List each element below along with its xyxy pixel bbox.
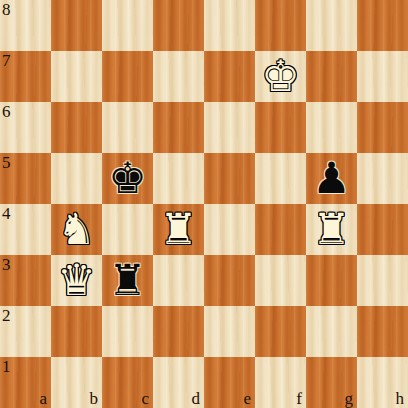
- square-c1[interactable]: c: [102, 357, 153, 408]
- square-b3[interactable]: ♛: [51, 255, 102, 306]
- white-queen-icon[interactable]: ♛: [51, 255, 102, 306]
- file-label-e: e: [243, 390, 251, 407]
- square-h7[interactable]: [357, 51, 408, 102]
- white-rook-icon[interactable]: ♜: [306, 204, 357, 255]
- square-a5[interactable]: 5: [0, 153, 51, 204]
- square-h4[interactable]: [357, 204, 408, 255]
- square-h2[interactable]: [357, 306, 408, 357]
- square-a2[interactable]: 2: [0, 306, 51, 357]
- square-b8[interactable]: [51, 0, 102, 51]
- square-g5[interactable]: ♟: [306, 153, 357, 204]
- square-a1[interactable]: 1a: [0, 357, 51, 408]
- square-h5[interactable]: [357, 153, 408, 204]
- square-a3[interactable]: 3: [0, 255, 51, 306]
- file-label-h: h: [396, 390, 405, 407]
- square-b1[interactable]: b: [51, 357, 102, 408]
- square-b2[interactable]: [51, 306, 102, 357]
- square-e4[interactable]: [204, 204, 255, 255]
- square-c8[interactable]: [102, 0, 153, 51]
- square-g6[interactable]: [306, 102, 357, 153]
- square-e7[interactable]: [204, 51, 255, 102]
- rank-label-6: 6: [2, 103, 11, 120]
- square-c7[interactable]: [102, 51, 153, 102]
- square-g8[interactable]: [306, 0, 357, 51]
- square-e2[interactable]: [204, 306, 255, 357]
- square-c4[interactable]: [102, 204, 153, 255]
- rank-label-5: 5: [2, 154, 11, 171]
- file-label-f: f: [296, 390, 302, 407]
- square-b7[interactable]: [51, 51, 102, 102]
- black-king-icon[interactable]: ♚: [102, 153, 153, 204]
- file-label-c: c: [141, 390, 149, 407]
- rank-label-2: 2: [2, 307, 11, 324]
- square-e5[interactable]: [204, 153, 255, 204]
- square-e1[interactable]: e: [204, 357, 255, 408]
- square-a7[interactable]: 7: [0, 51, 51, 102]
- square-f3[interactable]: [255, 255, 306, 306]
- square-f4[interactable]: [255, 204, 306, 255]
- square-f8[interactable]: [255, 0, 306, 51]
- file-label-g: g: [345, 390, 354, 407]
- white-king-icon[interactable]: ♚: [255, 51, 306, 102]
- rank-label-1: 1: [2, 358, 11, 375]
- square-d1[interactable]: d: [153, 357, 204, 408]
- square-b4[interactable]: ♞: [51, 204, 102, 255]
- square-f1[interactable]: f: [255, 357, 306, 408]
- square-a8[interactable]: 8: [0, 0, 51, 51]
- black-rook-icon[interactable]: ♜: [102, 255, 153, 306]
- chess-board: 87♚65♚♟4♞♜♜3♛♜21abcdefgh: [0, 0, 408, 408]
- rank-label-8: 8: [2, 1, 11, 18]
- square-f2[interactable]: [255, 306, 306, 357]
- square-g1[interactable]: g: [306, 357, 357, 408]
- square-h8[interactable]: [357, 0, 408, 51]
- square-e6[interactable]: [204, 102, 255, 153]
- square-g3[interactable]: [306, 255, 357, 306]
- square-f6[interactable]: [255, 102, 306, 153]
- square-d4[interactable]: ♜: [153, 204, 204, 255]
- square-b6[interactable]: [51, 102, 102, 153]
- square-e3[interactable]: [204, 255, 255, 306]
- square-g7[interactable]: [306, 51, 357, 102]
- square-c6[interactable]: [102, 102, 153, 153]
- file-label-a: a: [39, 390, 47, 407]
- square-c2[interactable]: [102, 306, 153, 357]
- square-f5[interactable]: [255, 153, 306, 204]
- file-label-b: b: [90, 390, 99, 407]
- square-h1[interactable]: h: [357, 357, 408, 408]
- rank-label-7: 7: [2, 52, 11, 69]
- square-d7[interactable]: [153, 51, 204, 102]
- square-g4[interactable]: ♜: [306, 204, 357, 255]
- square-d3[interactable]: [153, 255, 204, 306]
- square-h3[interactable]: [357, 255, 408, 306]
- square-c5[interactable]: ♚: [102, 153, 153, 204]
- white-rook-icon[interactable]: ♜: [153, 204, 204, 255]
- square-d8[interactable]: [153, 0, 204, 51]
- square-b5[interactable]: [51, 153, 102, 204]
- square-g2[interactable]: [306, 306, 357, 357]
- black-pawn-icon[interactable]: ♟: [306, 153, 357, 204]
- square-f7[interactable]: ♚: [255, 51, 306, 102]
- rank-label-4: 4: [2, 205, 11, 222]
- rank-label-3: 3: [2, 256, 11, 273]
- square-d6[interactable]: [153, 102, 204, 153]
- file-label-d: d: [192, 390, 201, 407]
- white-knight-icon[interactable]: ♞: [51, 204, 102, 255]
- square-d5[interactable]: [153, 153, 204, 204]
- square-a6[interactable]: 6: [0, 102, 51, 153]
- square-h6[interactable]: [357, 102, 408, 153]
- square-e8[interactable]: [204, 0, 255, 51]
- square-a4[interactable]: 4: [0, 204, 51, 255]
- square-d2[interactable]: [153, 306, 204, 357]
- square-c3[interactable]: ♜: [102, 255, 153, 306]
